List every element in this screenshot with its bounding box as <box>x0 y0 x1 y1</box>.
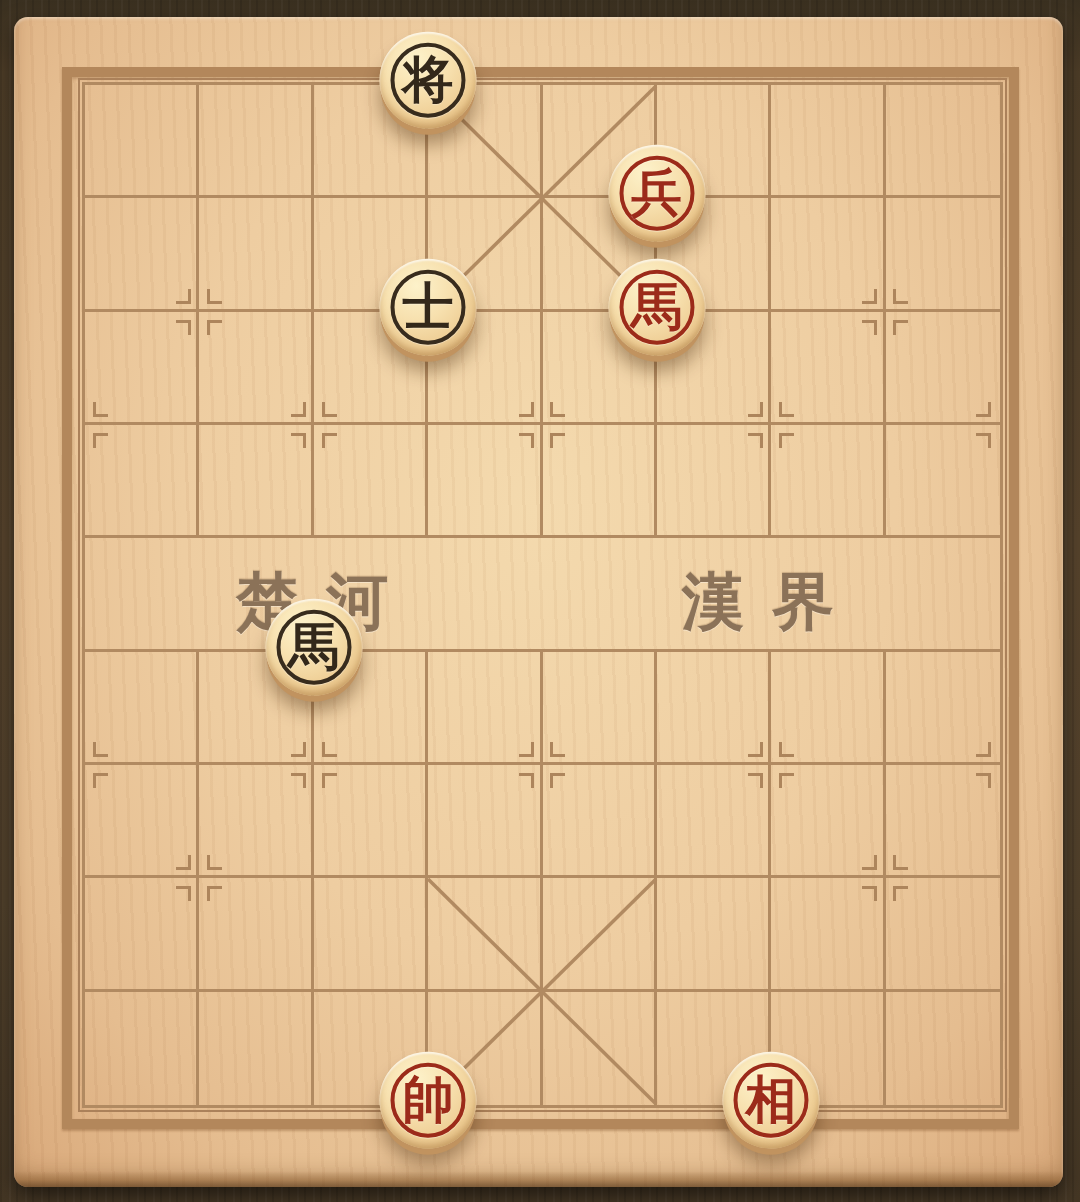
board-square <box>886 85 1000 198</box>
point-marker-bracket <box>176 289 191 304</box>
board-square <box>85 992 199 1105</box>
board-square <box>543 878 657 991</box>
point-marker-bracket <box>291 773 306 788</box>
board-square <box>886 538 1000 651</box>
point-marker-bracket <box>748 433 763 448</box>
black-horse-piece[interactable]: 馬 <box>265 598 362 695</box>
board-square <box>428 878 542 991</box>
point-marker-bracket <box>748 773 763 788</box>
point-marker-bracket <box>893 289 908 304</box>
point-marker-bracket <box>779 402 794 417</box>
piece-character: 帥 <box>402 1074 453 1125</box>
piece-character: 士 <box>402 280 453 331</box>
point-marker-bracket <box>748 742 763 757</box>
point-marker-bracket <box>207 289 222 304</box>
point-marker-bracket <box>207 320 222 335</box>
point-marker-bracket <box>893 886 908 901</box>
point-marker-bracket <box>176 320 191 335</box>
point-marker-bracket <box>519 742 534 757</box>
point-marker-bracket <box>779 742 794 757</box>
piece-engraved-ring: 馬 <box>619 269 694 344</box>
point-marker-bracket <box>976 402 991 417</box>
board-square <box>199 992 313 1105</box>
point-marker-bracket <box>779 433 794 448</box>
point-marker-bracket <box>93 742 108 757</box>
point-marker-bracket <box>176 886 191 901</box>
black-advisor-piece[interactable]: 士 <box>379 258 476 355</box>
river-label-right: 漢界 <box>682 566 862 637</box>
point-marker-bracket <box>779 773 794 788</box>
piece-character: 将 <box>402 54 453 105</box>
point-marker-bracket <box>862 320 877 335</box>
point-marker-bracket <box>291 742 306 757</box>
piece-engraved-ring: 兵 <box>619 156 694 231</box>
point-marker-bracket <box>519 433 534 448</box>
board-square <box>543 538 657 651</box>
board-grid <box>82 82 1003 1108</box>
black-general-piece[interactable]: 将 <box>379 32 476 129</box>
point-marker-bracket <box>976 742 991 757</box>
piece-character: 馬 <box>288 620 339 671</box>
red-elephant-piece[interactable]: 相 <box>722 1052 819 1149</box>
point-marker-bracket <box>176 855 191 870</box>
point-marker-bracket <box>291 402 306 417</box>
red-general-piece[interactable]: 帥 <box>379 1052 476 1149</box>
point-marker-bracket <box>748 402 763 417</box>
board-square <box>199 85 313 198</box>
point-marker-bracket <box>322 773 337 788</box>
board-square <box>771 85 885 198</box>
board-square <box>543 992 657 1105</box>
point-marker-bracket <box>93 433 108 448</box>
point-marker-bracket <box>519 773 534 788</box>
red-horse-piece[interactable]: 馬 <box>608 258 705 355</box>
point-marker-bracket <box>550 742 565 757</box>
point-marker-bracket <box>93 402 108 417</box>
board-square <box>85 85 199 198</box>
point-marker-bracket <box>207 886 222 901</box>
point-marker-bracket <box>976 433 991 448</box>
point-marker-bracket <box>93 773 108 788</box>
red-soldier-piece[interactable]: 兵 <box>608 145 705 242</box>
piece-engraved-ring: 士 <box>390 269 465 344</box>
piece-character: 馬 <box>631 280 682 331</box>
piece-engraved-ring: 相 <box>733 1063 808 1138</box>
point-marker-bracket <box>893 855 908 870</box>
point-marker-bracket <box>893 320 908 335</box>
board-square <box>85 538 199 651</box>
point-marker-bracket <box>322 433 337 448</box>
point-marker-bracket <box>322 402 337 417</box>
piece-engraved-ring: 将 <box>390 43 465 118</box>
piece-engraved-ring: 帥 <box>390 1063 465 1138</box>
board-square <box>657 878 771 991</box>
point-marker-bracket <box>550 402 565 417</box>
point-marker-bracket <box>862 855 877 870</box>
board-square <box>428 538 542 651</box>
point-marker-bracket <box>976 773 991 788</box>
board-square <box>886 992 1000 1105</box>
piece-character: 兵 <box>631 167 682 218</box>
point-marker-bracket <box>862 886 877 901</box>
point-marker-bracket <box>207 855 222 870</box>
point-marker-bracket <box>550 773 565 788</box>
point-marker-bracket <box>291 433 306 448</box>
board-square <box>314 878 428 991</box>
piece-engraved-ring: 馬 <box>276 609 351 684</box>
point-marker-bracket <box>519 402 534 417</box>
xiangqi-app-screen: 楚河 漢界 将兵士馬馬帥相 <box>0 0 1080 1202</box>
point-marker-bracket <box>322 742 337 757</box>
piece-character: 相 <box>745 1074 796 1125</box>
point-marker-bracket <box>862 289 877 304</box>
point-marker-bracket <box>550 433 565 448</box>
